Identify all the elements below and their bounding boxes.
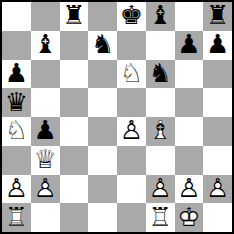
square-d7[interactable]: ♞ (88, 31, 117, 60)
square-f8[interactable]: ♝ (146, 2, 175, 31)
square-f2[interactable]: ♟♙ (146, 175, 175, 204)
square-c2[interactable] (60, 175, 89, 204)
square-c7[interactable] (60, 31, 89, 60)
black-bishop: ♝ (33, 32, 56, 58)
black-pawn: ♟ (206, 32, 229, 58)
square-a3[interactable] (2, 146, 31, 175)
chess-diagram: ♜♚♝♜♝♞♟♟♟♞♘♞♛♞♘♟♟♙♝♗♛♕♟♙♟♙♟♙♟♙♟♙♜♖♜♖♚♔ (0, 0, 234, 234)
square-b7[interactable]: ♝ (31, 31, 60, 60)
white-pawn-fill: ♟ (177, 175, 200, 201)
square-g3[interactable] (175, 146, 204, 175)
square-h5[interactable] (203, 88, 232, 117)
square-g6[interactable] (175, 60, 204, 89)
white-pawn: ♙ (33, 175, 56, 201)
square-f3[interactable] (146, 146, 175, 175)
square-a5[interactable]: ♛ (2, 88, 31, 117)
white-bishop-fill: ♝ (148, 118, 171, 144)
square-a2[interactable]: ♟♙ (2, 175, 31, 204)
square-h6[interactable] (203, 60, 232, 89)
white-knight: ♘ (120, 60, 143, 86)
white-pawn: ♙ (148, 175, 171, 201)
white-knight-fill: ♞ (120, 60, 143, 86)
black-rook: ♜ (206, 3, 229, 29)
white-rook: ♖ (148, 204, 171, 230)
square-g8[interactable] (175, 2, 204, 31)
white-pawn: ♙ (120, 118, 143, 144)
square-b4[interactable]: ♟ (31, 117, 60, 146)
square-e5[interactable] (117, 88, 146, 117)
black-pawn: ♟ (5, 60, 28, 86)
square-c3[interactable] (60, 146, 89, 175)
square-b3[interactable]: ♛♕ (31, 146, 60, 175)
square-e2[interactable] (117, 175, 146, 204)
square-h8[interactable]: ♜ (203, 2, 232, 31)
white-pawn-fill: ♟ (5, 175, 28, 201)
black-queen: ♛ (5, 89, 28, 115)
square-c8[interactable]: ♜ (60, 2, 89, 31)
square-b1[interactable] (31, 203, 60, 232)
square-c6[interactable] (60, 60, 89, 89)
square-d6[interactable] (88, 60, 117, 89)
square-f6[interactable]: ♞ (146, 60, 175, 89)
square-d1[interactable] (88, 203, 117, 232)
square-h3[interactable] (203, 146, 232, 175)
square-c1[interactable] (60, 203, 89, 232)
black-pawn: ♟ (177, 32, 200, 58)
square-a7[interactable] (2, 31, 31, 60)
square-d2[interactable] (88, 175, 117, 204)
white-rook-fill: ♜ (148, 204, 171, 230)
black-knight: ♞ (91, 32, 114, 58)
square-e7[interactable] (117, 31, 146, 60)
black-rook: ♜ (62, 3, 85, 29)
square-f1[interactable]: ♜♖ (146, 203, 175, 232)
white-king: ♔ (177, 204, 200, 230)
black-pawn: ♟ (33, 118, 56, 144)
square-b6[interactable] (31, 60, 60, 89)
square-d8[interactable] (88, 2, 117, 31)
chess-board: ♜♚♝♜♝♞♟♟♟♞♘♞♛♞♘♟♟♙♝♗♛♕♟♙♟♙♟♙♟♙♟♙♜♖♜♖♚♔ (0, 0, 234, 234)
square-h2[interactable]: ♟♙ (203, 175, 232, 204)
square-b5[interactable] (31, 88, 60, 117)
square-e8[interactable]: ♚ (117, 2, 146, 31)
white-rook-fill: ♜ (5, 204, 28, 230)
square-b2[interactable]: ♟♙ (31, 175, 60, 204)
square-f7[interactable] (146, 31, 175, 60)
black-king: ♚ (120, 3, 143, 29)
white-bishop: ♗ (148, 118, 171, 144)
square-b8[interactable] (31, 2, 60, 31)
white-pawn-fill: ♟ (120, 118, 143, 144)
white-pawn-fill: ♟ (33, 175, 56, 201)
white-pawn: ♙ (5, 175, 28, 201)
white-king-fill: ♚ (177, 204, 200, 230)
square-e6[interactable]: ♞♘ (117, 60, 146, 89)
square-f5[interactable] (146, 88, 175, 117)
square-a4[interactable]: ♞♘ (2, 117, 31, 146)
white-pawn-fill: ♟ (148, 175, 171, 201)
square-g7[interactable]: ♟ (175, 31, 204, 60)
square-g2[interactable]: ♟♙ (175, 175, 204, 204)
square-e3[interactable] (117, 146, 146, 175)
white-knight-fill: ♞ (5, 118, 28, 144)
white-queen-fill: ♛ (33, 147, 56, 173)
square-a8[interactable] (2, 2, 31, 31)
square-e4[interactable]: ♟♙ (117, 117, 146, 146)
white-knight: ♘ (5, 118, 28, 144)
square-g4[interactable] (175, 117, 204, 146)
square-f4[interactable]: ♝♗ (146, 117, 175, 146)
white-rook: ♖ (5, 204, 28, 230)
square-g1[interactable]: ♚♔ (175, 203, 204, 232)
square-c5[interactable] (60, 88, 89, 117)
square-h7[interactable]: ♟ (203, 31, 232, 60)
square-d5[interactable] (88, 88, 117, 117)
square-a1[interactable]: ♜♖ (2, 203, 31, 232)
square-h1[interactable] (203, 203, 232, 232)
square-d4[interactable] (88, 117, 117, 146)
square-h4[interactable] (203, 117, 232, 146)
black-bishop: ♝ (148, 3, 171, 29)
square-g5[interactable] (175, 88, 204, 117)
black-knight: ♞ (148, 60, 171, 86)
square-c4[interactable] (60, 117, 89, 146)
square-d3[interactable] (88, 146, 117, 175)
square-e1[interactable] (117, 203, 146, 232)
white-queen: ♕ (33, 147, 56, 173)
white-pawn-fill: ♟ (206, 175, 229, 201)
white-pawn: ♙ (177, 175, 200, 201)
square-a6[interactable]: ♟ (2, 60, 31, 89)
white-pawn: ♙ (206, 175, 229, 201)
